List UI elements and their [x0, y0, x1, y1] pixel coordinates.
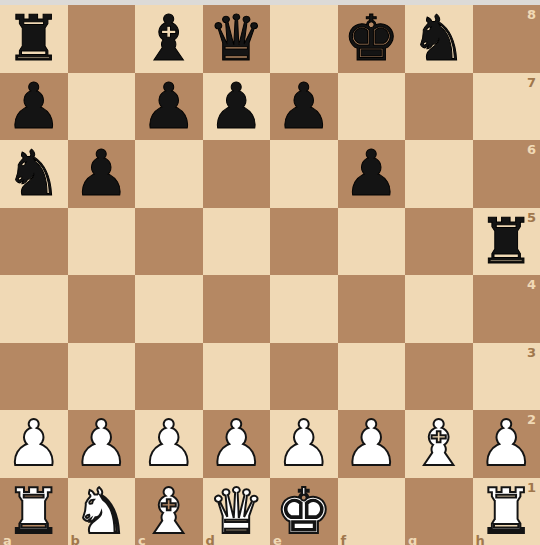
rank-label-8: 8 [527, 8, 536, 21]
black-rook[interactable]: ♜ [0, 5, 68, 73]
square-f6[interactable]: ♟ [338, 140, 406, 208]
square-g8[interactable]: ♞ [405, 5, 473, 73]
square-a4[interactable] [0, 275, 68, 343]
square-g7[interactable] [405, 73, 473, 141]
square-b8[interactable] [68, 5, 136, 73]
square-b7[interactable] [68, 73, 136, 141]
square-b2[interactable]: ♟ [68, 410, 136, 478]
square-g4[interactable] [405, 275, 473, 343]
square-d1[interactable]: ♛d [203, 478, 271, 545]
file-label-f: f [341, 534, 347, 545]
square-e8[interactable] [270, 5, 338, 73]
square-d2[interactable]: ♟ [203, 410, 271, 478]
square-c4[interactable] [135, 275, 203, 343]
square-a3[interactable] [0, 343, 68, 411]
square-c2[interactable]: ♟ [135, 410, 203, 478]
square-c6[interactable] [135, 140, 203, 208]
black-pawn[interactable]: ♟ [270, 73, 338, 141]
square-f2[interactable]: ♟ [338, 410, 406, 478]
square-f1[interactable]: f [338, 478, 406, 545]
white-pawn[interactable]: ♟ [203, 410, 271, 478]
black-pawn[interactable]: ♟ [68, 140, 136, 208]
rank-label-6: 6 [527, 143, 536, 156]
square-c8[interactable]: ♝ [135, 5, 203, 73]
square-f3[interactable] [338, 343, 406, 411]
black-knight[interactable]: ♞ [0, 140, 68, 208]
square-h5[interactable]: ♜5 [473, 208, 540, 276]
square-b3[interactable] [68, 343, 136, 411]
square-a1[interactable]: ♜a [0, 478, 68, 545]
black-king[interactable]: ♚ [338, 5, 406, 73]
square-c1[interactable]: ♝c [135, 478, 203, 545]
rank-label-3: 3 [527, 346, 536, 359]
square-e6[interactable] [270, 140, 338, 208]
square-d4[interactable] [203, 275, 271, 343]
square-g2[interactable]: ♝ [405, 410, 473, 478]
square-g3[interactable] [405, 343, 473, 411]
square-g1[interactable]: g [405, 478, 473, 545]
chess-board[interactable]: ♜♝♛♚♞8♟♟♟♟7♞♟♟6♜543♟♟♟♟♟♟♝♟2♜a♞b♝c♛d♚efg… [0, 5, 540, 545]
white-bishop[interactable]: ♝ [405, 410, 473, 478]
white-rook[interactable]: ♜ [0, 478, 68, 545]
white-pawn[interactable]: ♟ [0, 410, 68, 478]
black-pawn[interactable]: ♟ [203, 73, 271, 141]
white-rook[interactable]: ♜ [473, 478, 540, 545]
square-a7[interactable]: ♟ [0, 73, 68, 141]
square-d3[interactable] [203, 343, 271, 411]
square-b1[interactable]: ♞b [68, 478, 136, 545]
black-queen[interactable]: ♛ [203, 5, 271, 73]
black-pawn[interactable]: ♟ [135, 73, 203, 141]
black-pawn[interactable]: ♟ [338, 140, 406, 208]
square-e1[interactable]: ♚e [270, 478, 338, 545]
white-pawn[interactable]: ♟ [338, 410, 406, 478]
white-knight[interactable]: ♞ [68, 478, 136, 545]
white-pawn[interactable]: ♟ [135, 410, 203, 478]
white-pawn[interactable]: ♟ [68, 410, 136, 478]
white-bishop[interactable]: ♝ [135, 478, 203, 545]
square-b4[interactable] [68, 275, 136, 343]
white-queen[interactable]: ♛ [203, 478, 271, 545]
square-d8[interactable]: ♛ [203, 5, 271, 73]
square-b6[interactable]: ♟ [68, 140, 136, 208]
square-h8[interactable]: 8 [473, 5, 540, 73]
square-h2[interactable]: ♟2 [473, 410, 540, 478]
square-h4[interactable]: 4 [473, 275, 540, 343]
square-a2[interactable]: ♟ [0, 410, 68, 478]
square-h6[interactable]: 6 [473, 140, 540, 208]
square-h7[interactable]: 7 [473, 73, 540, 141]
black-bishop[interactable]: ♝ [135, 5, 203, 73]
square-a8[interactable]: ♜ [0, 5, 68, 73]
square-e7[interactable]: ♟ [270, 73, 338, 141]
square-c3[interactable] [135, 343, 203, 411]
square-c5[interactable] [135, 208, 203, 276]
square-d7[interactable]: ♟ [203, 73, 271, 141]
white-king[interactable]: ♚ [270, 478, 338, 545]
file-label-g: g [408, 534, 417, 545]
square-f5[interactable] [338, 208, 406, 276]
rank-label-7: 7 [527, 76, 536, 89]
square-e5[interactable] [270, 208, 338, 276]
square-h1[interactable]: ♜1h [473, 478, 540, 545]
square-c7[interactable]: ♟ [135, 73, 203, 141]
square-d6[interactable] [203, 140, 271, 208]
black-rook[interactable]: ♜ [473, 208, 540, 276]
black-knight[interactable]: ♞ [405, 5, 473, 73]
square-e4[interactable] [270, 275, 338, 343]
square-g5[interactable] [405, 208, 473, 276]
square-f7[interactable] [338, 73, 406, 141]
square-d5[interactable] [203, 208, 271, 276]
white-pawn[interactable]: ♟ [270, 410, 338, 478]
square-b5[interactable] [68, 208, 136, 276]
square-f4[interactable] [338, 275, 406, 343]
square-a6[interactable]: ♞ [0, 140, 68, 208]
square-a5[interactable] [0, 208, 68, 276]
white-pawn[interactable]: ♟ [473, 410, 540, 478]
rank-label-4: 4 [527, 278, 536, 291]
black-pawn[interactable]: ♟ [0, 73, 68, 141]
square-g6[interactable] [405, 140, 473, 208]
square-h3[interactable]: 3 [473, 343, 540, 411]
square-f8[interactable]: ♚ [338, 5, 406, 73]
square-e3[interactable] [270, 343, 338, 411]
square-e2[interactable]: ♟ [270, 410, 338, 478]
